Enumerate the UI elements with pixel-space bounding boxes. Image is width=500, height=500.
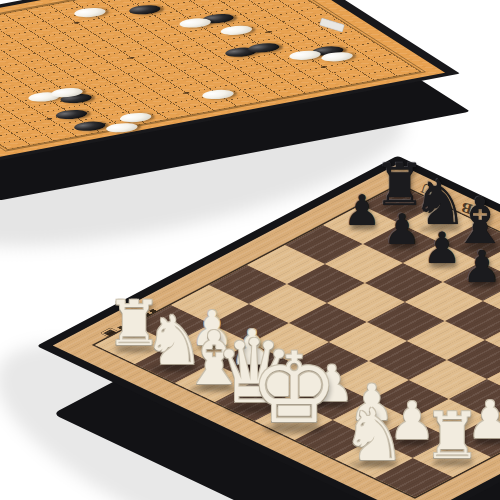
go-stone-white[interactable] [102, 121, 143, 134]
go-stone-white[interactable] [216, 24, 257, 37]
chess-piece-white-knight[interactable]: ♞ [342, 398, 407, 470]
go-hoshi-point [265, 31, 272, 33]
go-hoshi-point [72, 22, 79, 24]
go-stone-black[interactable] [125, 3, 166, 16]
chess-piece-white-king[interactable]: ♚ [250, 338, 338, 436]
go-stone-white[interactable] [70, 6, 111, 19]
chess-piece-black-pawn[interactable]: ♟ [343, 189, 381, 231]
go-hoshi-point [45, 118, 52, 120]
go-stone-white[interactable] [115, 111, 156, 124]
product-photo-scene: U B ♜♞♝♟♟♛♚♟♟♟♞♜♟♟♜♟♞♝♟♟ [0, 0, 500, 500]
go-hoshi-point [127, 57, 134, 59]
go-hoshi-point [320, 66, 327, 68]
go-stone-black[interactable] [51, 108, 92, 121]
go-stone-white[interactable] [198, 88, 239, 101]
chess-piece-black-pawn[interactable]: ♟ [423, 226, 462, 269]
chess-piece-black-pawn[interactable]: ♟ [462, 245, 500, 289]
chess-piece-white-rook[interactable]: ♜ [423, 404, 480, 468]
go-hoshi-point [182, 92, 189, 94]
go-stone-black[interactable] [70, 120, 111, 133]
chess-piece-black-pawn[interactable]: ♟ [383, 208, 421, 250]
